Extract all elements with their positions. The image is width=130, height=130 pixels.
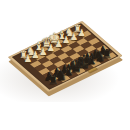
chess-set-product-photo[interactable]: ♜♟♞♟♝♟♚♟♛♟♝♟♟♞♜♟♟♜♞♟♟♝♟♚♟♛♟♝♟♞♟♜: [0, 0, 130, 130]
